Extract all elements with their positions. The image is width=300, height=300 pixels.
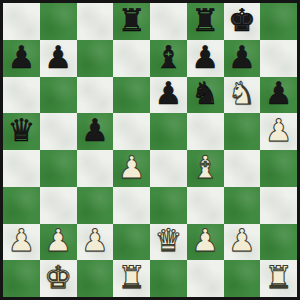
piece-white-rook-d1[interactable]: ♜ bbox=[118, 262, 146, 293]
piece-black-bishop-e7[interactable]: ♝ bbox=[154, 42, 182, 73]
piece-white-pawn-h5[interactable]: ♟ bbox=[265, 115, 293, 146]
square-e4[interactable] bbox=[150, 150, 187, 187]
square-g1[interactable] bbox=[224, 260, 261, 297]
piece-white-knight-g6[interactable]: ♞ bbox=[228, 78, 256, 109]
square-e2[interactable]: ♛ bbox=[150, 224, 187, 261]
square-g2[interactable]: ♟ bbox=[224, 224, 261, 261]
square-e5[interactable] bbox=[150, 113, 187, 150]
square-b3[interactable] bbox=[40, 187, 77, 224]
square-h4[interactable] bbox=[260, 150, 297, 187]
piece-black-pawn-a7[interactable]: ♟ bbox=[7, 42, 35, 73]
square-c6[interactable] bbox=[77, 77, 114, 114]
square-h8[interactable] bbox=[260, 3, 297, 40]
chess-board-frame: ♜♜♚♟♟♝♟♟♟♞♞♟♛♟♟♟♝♟♟♟♛♟♟♚♜♜ bbox=[0, 0, 300, 300]
square-c3[interactable] bbox=[77, 187, 114, 224]
square-g6[interactable]: ♞ bbox=[224, 77, 261, 114]
piece-white-rook-h1[interactable]: ♜ bbox=[265, 262, 293, 293]
square-a5[interactable]: ♛ bbox=[3, 113, 40, 150]
square-a7[interactable]: ♟ bbox=[3, 40, 40, 77]
piece-white-pawn-a2[interactable]: ♟ bbox=[7, 225, 35, 256]
square-g3[interactable] bbox=[224, 187, 261, 224]
square-c7[interactable] bbox=[77, 40, 114, 77]
square-h6[interactable]: ♟ bbox=[260, 77, 297, 114]
square-d6[interactable] bbox=[113, 77, 150, 114]
square-b8[interactable] bbox=[40, 3, 77, 40]
square-c4[interactable] bbox=[77, 150, 114, 187]
square-c5[interactable]: ♟ bbox=[77, 113, 114, 150]
square-e1[interactable] bbox=[150, 260, 187, 297]
square-c8[interactable] bbox=[77, 3, 114, 40]
piece-black-king-g8[interactable]: ♚ bbox=[228, 5, 256, 36]
square-g5[interactable] bbox=[224, 113, 261, 150]
piece-black-rook-f8[interactable]: ♜ bbox=[191, 5, 219, 36]
square-e8[interactable] bbox=[150, 3, 187, 40]
square-e6[interactable]: ♟ bbox=[150, 77, 187, 114]
square-d4[interactable]: ♟ bbox=[113, 150, 150, 187]
square-a1[interactable] bbox=[3, 260, 40, 297]
square-b6[interactable] bbox=[40, 77, 77, 114]
piece-black-knight-f6[interactable]: ♞ bbox=[191, 78, 219, 109]
square-d3[interactable] bbox=[113, 187, 150, 224]
square-h1[interactable]: ♜ bbox=[260, 260, 297, 297]
square-d7[interactable] bbox=[113, 40, 150, 77]
square-h7[interactable] bbox=[260, 40, 297, 77]
square-a2[interactable]: ♟ bbox=[3, 224, 40, 261]
square-f2[interactable]: ♟ bbox=[187, 224, 224, 261]
square-b7[interactable]: ♟ bbox=[40, 40, 77, 77]
piece-black-rook-d8[interactable]: ♜ bbox=[118, 5, 146, 36]
square-a3[interactable] bbox=[3, 187, 40, 224]
piece-black-pawn-f7[interactable]: ♟ bbox=[191, 42, 219, 73]
square-d5[interactable] bbox=[113, 113, 150, 150]
square-g7[interactable]: ♟ bbox=[224, 40, 261, 77]
square-a6[interactable] bbox=[3, 77, 40, 114]
piece-white-king-b1[interactable]: ♚ bbox=[44, 262, 72, 293]
square-f5[interactable] bbox=[187, 113, 224, 150]
square-g8[interactable]: ♚ bbox=[224, 3, 261, 40]
square-d2[interactable] bbox=[113, 224, 150, 261]
piece-white-queen-e2[interactable]: ♛ bbox=[154, 225, 182, 256]
square-h2[interactable] bbox=[260, 224, 297, 261]
square-b1[interactable]: ♚ bbox=[40, 260, 77, 297]
square-e7[interactable]: ♝ bbox=[150, 40, 187, 77]
piece-black-pawn-g7[interactable]: ♟ bbox=[228, 42, 256, 73]
square-b2[interactable]: ♟ bbox=[40, 224, 77, 261]
square-d1[interactable]: ♜ bbox=[113, 260, 150, 297]
piece-black-pawn-h6[interactable]: ♟ bbox=[265, 78, 293, 109]
piece-white-pawn-b2[interactable]: ♟ bbox=[44, 225, 72, 256]
square-b5[interactable] bbox=[40, 113, 77, 150]
square-a4[interactable] bbox=[3, 150, 40, 187]
square-c2[interactable]: ♟ bbox=[77, 224, 114, 261]
piece-black-pawn-b7[interactable]: ♟ bbox=[44, 42, 72, 73]
piece-white-bishop-f4[interactable]: ♝ bbox=[191, 152, 219, 183]
piece-black-pawn-e6[interactable]: ♟ bbox=[154, 78, 182, 109]
piece-black-pawn-c5[interactable]: ♟ bbox=[81, 115, 109, 146]
square-c1[interactable] bbox=[77, 260, 114, 297]
square-h3[interactable] bbox=[260, 187, 297, 224]
square-f1[interactable] bbox=[187, 260, 224, 297]
square-f3[interactable] bbox=[187, 187, 224, 224]
square-f6[interactable]: ♞ bbox=[187, 77, 224, 114]
square-h5[interactable]: ♟ bbox=[260, 113, 297, 150]
square-f7[interactable]: ♟ bbox=[187, 40, 224, 77]
piece-black-queen-a5[interactable]: ♛ bbox=[7, 115, 35, 146]
square-d8[interactable]: ♜ bbox=[113, 3, 150, 40]
piece-white-pawn-d4[interactable]: ♟ bbox=[118, 152, 146, 183]
piece-white-pawn-c2[interactable]: ♟ bbox=[81, 225, 109, 256]
square-f4[interactable]: ♝ bbox=[187, 150, 224, 187]
chess-board: ♜♜♚♟♟♝♟♟♟♞♞♟♛♟♟♟♝♟♟♟♛♟♟♚♜♜ bbox=[3, 3, 297, 297]
square-b4[interactable] bbox=[40, 150, 77, 187]
square-g4[interactable] bbox=[224, 150, 261, 187]
square-a8[interactable] bbox=[3, 3, 40, 40]
square-e3[interactable] bbox=[150, 187, 187, 224]
piece-white-pawn-f2[interactable]: ♟ bbox=[191, 225, 219, 256]
square-f8[interactable]: ♜ bbox=[187, 3, 224, 40]
piece-white-pawn-g2[interactable]: ♟ bbox=[228, 225, 256, 256]
